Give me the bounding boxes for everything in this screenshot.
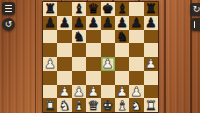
square-g5[interactable] — [129, 43, 143, 57]
square-f6[interactable]: ♞ — [115, 30, 129, 44]
square-a7[interactable]: ♟ — [43, 16, 57, 30]
piece-white-rook[interactable]: ♜ — [145, 99, 157, 112]
redo-icon: ↻ — [193, 5, 200, 14]
square-a4[interactable]: ♟ — [43, 57, 57, 71]
piece-white-bishop[interactable]: ♝ — [73, 99, 85, 112]
piece-black-pawn[interactable]: ♟ — [145, 16, 157, 29]
square-a2[interactable] — [43, 85, 57, 99]
square-g2[interactable]: ♟ — [129, 85, 143, 99]
square-h1[interactable]: ♜ — [144, 98, 158, 112]
piece-white-queen[interactable]: ♛ — [87, 99, 99, 112]
square-f4[interactable] — [115, 57, 129, 71]
piece-white-pawn[interactable]: ♟ — [102, 57, 114, 70]
piece-black-knight[interactable]: ♞ — [116, 30, 128, 43]
piece-black-pawn[interactable]: ♟ — [102, 16, 114, 29]
square-b1[interactable]: ♞ — [57, 98, 71, 112]
square-d8[interactable]: ♛ — [86, 2, 100, 16]
square-d3[interactable] — [86, 71, 100, 85]
square-h4[interactable]: ♟ — [144, 57, 158, 71]
piece-black-pawn[interactable]: ♟ — [131, 16, 143, 29]
square-d4[interactable] — [86, 57, 100, 71]
square-g7[interactable]: ♟ — [129, 16, 143, 30]
chess-app-screen: ♜♝♛♚♝♜♟♟♟♟♟♟♟♟♞♞♟♟♟♟♟♟♟♟♜♞♝♛♚♝♞♜ ↺ ↻ — [0, 0, 200, 113]
piece-black-pawn[interactable]: ♟ — [87, 16, 99, 29]
square-b8[interactable] — [57, 2, 71, 16]
redo-button[interactable]: ↻ — [190, 3, 200, 16]
piece-black-rook[interactable]: ♜ — [44, 2, 56, 15]
square-h3[interactable] — [144, 71, 158, 85]
piece-black-bishop[interactable]: ♝ — [73, 2, 85, 15]
square-e5[interactable] — [101, 43, 115, 57]
square-a1[interactable]: ♜ — [43, 98, 57, 112]
piece-white-king[interactable]: ♚ — [102, 99, 114, 112]
square-f1[interactable]: ♝ — [115, 98, 129, 112]
square-c4[interactable] — [72, 57, 86, 71]
chess-board: ♜♝♛♚♝♜♟♟♟♟♟♟♟♟♞♞♟♟♟♟♟♟♟♟♜♞♝♛♚♝♞♜ — [43, 2, 158, 112]
more-button[interactable] — [191, 18, 200, 31]
square-b6[interactable] — [57, 30, 71, 44]
piece-black-pawn[interactable]: ♟ — [59, 16, 71, 29]
undo-button[interactable]: ↺ — [2, 18, 15, 31]
undo-icon: ↺ — [5, 20, 13, 29]
piece-white-bishop[interactable]: ♝ — [116, 99, 128, 112]
square-e2[interactable] — [101, 85, 115, 99]
hamburger-icon — [5, 5, 12, 12]
square-h6[interactable] — [144, 30, 158, 44]
square-g3[interactable] — [129, 71, 143, 85]
square-h8[interactable]: ♜ — [144, 2, 158, 16]
square-g8[interactable] — [129, 2, 143, 16]
square-c5[interactable] — [72, 43, 86, 57]
piece-white-pawn[interactable]: ♟ — [145, 57, 157, 70]
square-f3[interactable] — [115, 71, 129, 85]
square-e6[interactable] — [101, 30, 115, 44]
piece-white-rook[interactable]: ♜ — [44, 99, 56, 112]
square-c7[interactable]: ♟ — [72, 16, 86, 30]
piece-black-king[interactable]: ♚ — [102, 2, 114, 15]
square-d5[interactable] — [86, 43, 100, 57]
piece-black-bishop[interactable]: ♝ — [116, 2, 128, 15]
piece-black-knight[interactable]: ♞ — [73, 30, 85, 43]
square-c2[interactable]: ♟ — [72, 85, 86, 99]
piece-white-pawn[interactable]: ♟ — [59, 85, 71, 98]
piece-white-pawn[interactable]: ♟ — [44, 57, 56, 70]
piece-black-pawn[interactable]: ♟ — [73, 16, 85, 29]
square-c3[interactable] — [72, 71, 86, 85]
square-c6[interactable]: ♞ — [72, 30, 86, 44]
square-f2[interactable]: ♟ — [115, 85, 129, 99]
piece-black-queen[interactable]: ♛ — [87, 2, 99, 15]
piece-white-pawn[interactable]: ♟ — [116, 85, 128, 98]
square-h7[interactable]: ♟ — [144, 16, 158, 30]
square-b4[interactable] — [57, 57, 71, 71]
square-a6[interactable] — [43, 30, 57, 44]
square-h5[interactable] — [144, 43, 158, 57]
square-e4[interactable]: ♟ — [101, 57, 115, 71]
square-c8[interactable]: ♝ — [72, 2, 86, 16]
square-d7[interactable]: ♟ — [86, 16, 100, 30]
square-d6[interactable] — [86, 30, 100, 44]
square-b7[interactable]: ♟ — [57, 16, 71, 30]
square-f7[interactable]: ♟ — [115, 16, 129, 30]
square-a8[interactable]: ♜ — [43, 2, 57, 16]
piece-black-pawn[interactable]: ♟ — [44, 16, 56, 29]
square-g6[interactable] — [129, 30, 143, 44]
square-f5[interactable] — [115, 43, 129, 57]
square-c1[interactable]: ♝ — [72, 98, 86, 112]
square-b2[interactable]: ♟ — [57, 85, 71, 99]
square-b3[interactable] — [57, 71, 71, 85]
piece-white-pawn[interactable]: ♟ — [131, 85, 143, 98]
piece-white-pawn[interactable]: ♟ — [73, 85, 85, 98]
square-d1[interactable]: ♛ — [86, 98, 100, 112]
piece-white-pawn[interactable]: ♟ — [87, 85, 99, 98]
square-e3[interactable] — [101, 71, 115, 85]
piece-black-rook[interactable]: ♜ — [145, 2, 157, 15]
square-e7[interactable]: ♟ — [101, 16, 115, 30]
square-e1[interactable]: ♚ — [101, 98, 115, 112]
piece-white-knight[interactable]: ♞ — [131, 99, 143, 112]
square-a3[interactable] — [43, 71, 57, 85]
square-d2[interactable]: ♟ — [86, 85, 100, 99]
bar-icon — [194, 21, 196, 28]
square-g1[interactable]: ♞ — [129, 98, 143, 112]
piece-black-pawn[interactable]: ♟ — [116, 16, 128, 29]
piece-white-knight[interactable]: ♞ — [59, 99, 71, 112]
square-b5[interactable] — [57, 43, 71, 57]
square-e8[interactable]: ♚ — [101, 2, 115, 16]
menu-button[interactable] — [2, 2, 15, 15]
square-g4[interactable] — [129, 57, 143, 71]
square-a5[interactable] — [43, 43, 57, 57]
square-h2[interactable] — [144, 85, 158, 99]
square-f8[interactable]: ♝ — [115, 2, 129, 16]
